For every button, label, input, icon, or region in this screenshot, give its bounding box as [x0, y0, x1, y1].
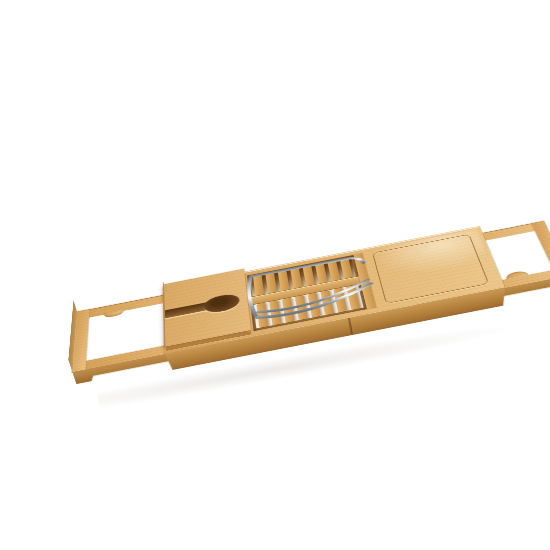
right-arm-grip-notch [505, 270, 529, 279]
bath-caddy [71, 214, 550, 372]
wine-glass-slot-hole [203, 292, 240, 315]
right-arm-end-rail [531, 221, 550, 278]
glass-holder-board [164, 269, 251, 347]
sliding-half-seam [348, 318, 353, 335]
bamboo-slat [265, 273, 276, 294]
bamboo-slat [290, 268, 302, 289]
bamboo-slat [340, 258, 353, 279]
product-photo [40, 16, 550, 550]
bamboo-slat [303, 265, 315, 286]
bamboo-slat [253, 275, 264, 296]
wine-glass-slot-channel [165, 301, 213, 318]
bamboo-slat [278, 270, 290, 291]
bamboo-slat [327, 260, 340, 281]
left-arm-grip-notch [103, 310, 124, 319]
bamboo-slat [315, 263, 328, 284]
left-arm-end-face [68, 300, 77, 372]
